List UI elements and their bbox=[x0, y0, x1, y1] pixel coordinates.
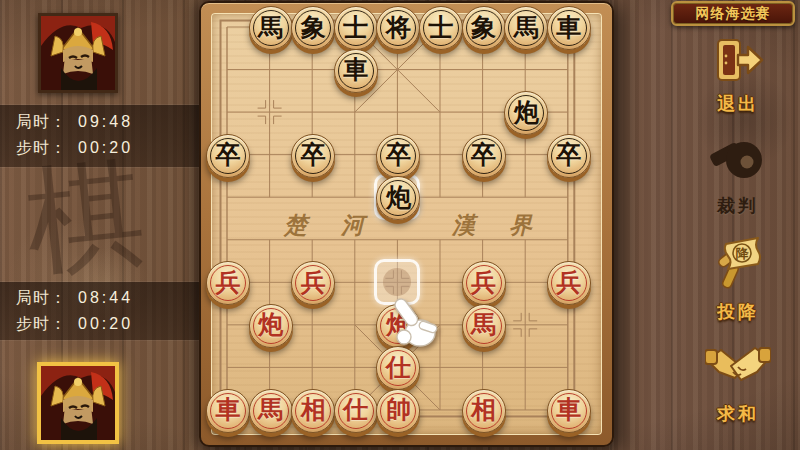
player-move-time-label: 步时： bbox=[16, 314, 78, 335]
referee-button[interactable]: 裁判 bbox=[676, 126, 800, 218]
game-screen: 棋 局时： 09:48 步时： 00:20 局时： 08:44 步时： 00:2… bbox=[0, 0, 800, 450]
piece-red-soldier[interactable]: 兵 bbox=[206, 261, 250, 305]
piece-black-horse[interactable]: 馬 bbox=[504, 6, 548, 50]
piece-red-chariot[interactable]: 車 bbox=[206, 389, 250, 433]
tournament-banner: 网络海选赛 bbox=[671, 1, 795, 26]
surrender-button[interactable]: 降 投降 bbox=[676, 236, 800, 324]
piece-red-cannon[interactable]: 炮 bbox=[376, 304, 420, 348]
piece-red-cannon[interactable]: 炮 bbox=[249, 304, 293, 348]
piece-red-chariot[interactable]: 車 bbox=[547, 389, 591, 433]
whistle-icon bbox=[706, 126, 770, 190]
referee-button-label: 裁判 bbox=[717, 194, 759, 218]
piece-black-soldier[interactable]: 卒 bbox=[291, 134, 335, 178]
piece-black-elephant[interactable]: 象 bbox=[462, 6, 506, 50]
piece-black-soldier[interactable]: 卒 bbox=[547, 134, 591, 178]
exit-button[interactable]: 退出 bbox=[676, 36, 800, 116]
opponent-timer-panel: 局时： 09:48 步时： 00:20 bbox=[0, 105, 206, 167]
piece-red-elephant[interactable]: 相 bbox=[291, 389, 335, 433]
player-move-time: 00:20 bbox=[78, 315, 133, 333]
piece-black-cannon[interactable]: 炮 bbox=[504, 91, 548, 135]
piece-black-soldier[interactable]: 卒 bbox=[206, 134, 250, 178]
piece-black-horse[interactable]: 馬 bbox=[249, 6, 293, 50]
piece-black-elephant[interactable]: 象 bbox=[291, 6, 335, 50]
piece-red-horse[interactable]: 馬 bbox=[249, 389, 293, 433]
piece-red-horse[interactable]: 馬 bbox=[462, 304, 506, 348]
piece-red-advisor[interactable]: 仕 bbox=[334, 389, 378, 433]
exit-icon bbox=[712, 36, 764, 88]
opponent-avatar[interactable] bbox=[38, 13, 118, 93]
river-label-han-jie: 漢 界 bbox=[452, 210, 545, 241]
svg-text:降: 降 bbox=[736, 246, 750, 261]
offer-draw-button-label: 求和 bbox=[717, 402, 759, 426]
opponent-game-time: 09:48 bbox=[78, 113, 133, 131]
last-move-from-highlight bbox=[374, 259, 420, 305]
piece-red-general[interactable]: 帥 bbox=[376, 389, 420, 433]
opponent-move-time: 00:20 bbox=[78, 139, 133, 157]
piece-black-chariot[interactable]: 車 bbox=[334, 49, 378, 93]
exit-button-label: 退出 bbox=[717, 92, 759, 116]
surrender-flag-icon: 降 bbox=[708, 236, 768, 296]
surrender-button-label: 投降 bbox=[717, 300, 759, 324]
player-game-time: 08:44 bbox=[78, 289, 133, 307]
player-timer-panel: 局时： 08:44 步时： 00:20 bbox=[0, 282, 206, 340]
tournament-banner-label: 网络海选赛 bbox=[696, 5, 771, 23]
piece-black-advisor[interactable]: 士 bbox=[334, 6, 378, 50]
piece-red-soldier[interactable]: 兵 bbox=[547, 261, 591, 305]
handshake-icon bbox=[705, 342, 771, 398]
piece-black-soldier[interactable]: 卒 bbox=[462, 134, 506, 178]
offer-draw-button[interactable]: 求和 bbox=[676, 342, 800, 426]
player-game-time-label: 局时： bbox=[16, 288, 78, 309]
piece-red-soldier[interactable]: 兵 bbox=[462, 261, 506, 305]
piece-black-chariot[interactable]: 車 bbox=[547, 6, 591, 50]
opponent-game-time-label: 局时： bbox=[16, 112, 78, 133]
player-avatar-active[interactable] bbox=[37, 362, 119, 444]
piece-black-soldier[interactable]: 卒 bbox=[376, 134, 420, 178]
opponent-move-time-label: 步时： bbox=[16, 138, 78, 159]
river-label-chu-he: 楚 河 bbox=[284, 210, 377, 241]
piece-black-advisor[interactable]: 士 bbox=[419, 6, 463, 50]
piece-red-elephant[interactable]: 相 bbox=[462, 389, 506, 433]
